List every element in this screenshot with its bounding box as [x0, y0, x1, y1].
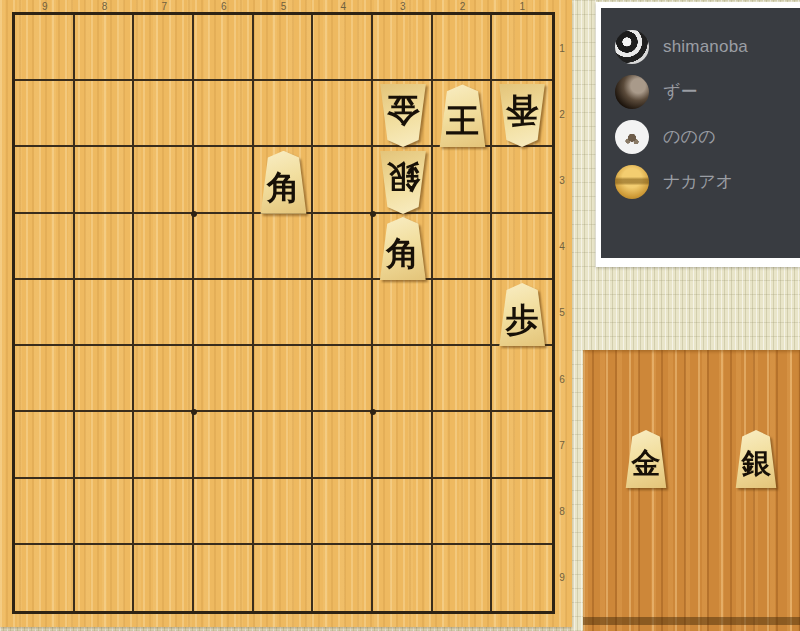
gote-lance-piece[interactable]: 香: [496, 84, 548, 147]
shogi-app-screen: 987654321 123456789 金王香角銀角歩 shimanobaずーの…: [0, 0, 800, 631]
member-avatar: [615, 30, 649, 64]
piece-slot: 王: [433, 81, 493, 147]
gote-gold-piece[interactable]: 金: [377, 84, 429, 147]
piece-kanji: 香: [506, 94, 539, 137]
rank-label: 2: [554, 81, 570, 147]
piece-body: 銀: [733, 430, 779, 488]
rank-label: 9: [554, 545, 570, 611]
piece-body: 角: [257, 151, 309, 214]
piece-slot: 角: [373, 214, 433, 280]
star-point: [191, 409, 197, 415]
member-name: ナカアオ: [663, 170, 733, 193]
piece-kanji: 角: [267, 161, 300, 204]
hand-silver-piece[interactable]: 銀: [733, 430, 779, 488]
piece-body: 金: [377, 84, 429, 147]
rank-label: 1: [554, 15, 570, 81]
piece-kanji: 銀: [742, 440, 771, 478]
rank-label: 7: [554, 412, 570, 478]
member-row[interactable]: shimanoba: [615, 24, 800, 69]
pieces-layer: 金王香角銀角歩: [15, 15, 552, 611]
sente-king-piece[interactable]: 王: [436, 84, 488, 147]
rank-label: 4: [554, 214, 570, 280]
piece-slot: 角: [254, 147, 314, 213]
member-list-panel: shimanobaずーのののナカアオ: [596, 2, 800, 267]
member-row[interactable]: ナカアオ: [615, 159, 800, 204]
member-row[interactable]: ののの: [615, 114, 800, 159]
member-name: ずー: [663, 80, 698, 103]
rank-label: 5: [554, 280, 570, 346]
piece-kanji: 角: [386, 227, 419, 270]
piece-body: 銀: [377, 151, 429, 214]
member-avatar: [615, 165, 649, 199]
sente-pawn-piece[interactable]: 歩: [496, 283, 548, 346]
piece-slot: 銀: [373, 147, 433, 213]
piece-kanji: 歩: [506, 293, 539, 336]
piece-kanji: 金: [386, 94, 419, 137]
piece-body: 王: [436, 84, 488, 147]
star-point: [191, 211, 197, 217]
member-list: shimanobaずーのののナカアオ: [601, 8, 800, 258]
piece-slot: 香: [492, 81, 552, 147]
sente-bishop-piece[interactable]: 角: [257, 151, 309, 214]
rank-coordinate-labels: 123456789: [554, 15, 570, 611]
rank-label: 3: [554, 147, 570, 213]
sente-piece-stand: 金銀: [583, 350, 800, 631]
member-row[interactable]: ずー: [615, 69, 800, 114]
star-point: [370, 409, 376, 415]
piece-body: 金: [623, 430, 669, 488]
member-name: ののの: [663, 125, 716, 148]
piece-slot: 歩: [492, 280, 552, 346]
member-name: shimanoba: [663, 37, 748, 57]
piece-body: 歩: [496, 283, 548, 346]
piece-body-wrap: 銀: [733, 430, 779, 488]
piece-kanji: 金: [632, 440, 661, 478]
piece-slot: 金: [373, 81, 433, 147]
shogi-board: 987654321 123456789 金王香角銀角歩: [0, 0, 572, 627]
member-avatar: [615, 75, 649, 109]
piece-body-wrap: 金: [623, 430, 669, 488]
piece-kanji: 王: [446, 94, 479, 137]
gote-silver-piece[interactable]: 銀: [377, 151, 429, 214]
rank-label: 6: [554, 346, 570, 412]
sente-bishop-piece[interactable]: 角: [377, 217, 429, 280]
piece-kanji: 銀: [386, 161, 419, 204]
piece-body: 角: [377, 217, 429, 280]
member-avatar: [615, 120, 649, 154]
rank-label: 8: [554, 479, 570, 545]
hand-gold-piece[interactable]: 金: [623, 430, 669, 488]
piece-body: 香: [496, 84, 548, 147]
